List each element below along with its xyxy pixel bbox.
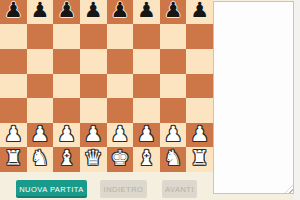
- black-pawn[interactable]: ♟: [31, 0, 50, 21]
- board-square-e4[interactable]: [107, 74, 134, 99]
- white-bishop[interactable]: ♝: [57, 148, 76, 169]
- board-square-a7[interactable]: ♟: [0, 0, 27, 24]
- board-square-g6[interactable]: [160, 24, 187, 49]
- white-pawn[interactable]: ♟: [57, 124, 76, 145]
- board-square-a1[interactable]: ♜: [0, 147, 27, 172]
- black-pawn[interactable]: ♟: [137, 0, 156, 21]
- board-square-c5[interactable]: [53, 49, 80, 74]
- board-square-e3[interactable]: [107, 98, 134, 123]
- board-square-b1[interactable]: ♞: [27, 147, 54, 172]
- right-edge-background: [294, 0, 300, 200]
- board-square-h6[interactable]: [186, 24, 213, 49]
- white-pawn[interactable]: ♟: [4, 124, 23, 145]
- white-rook[interactable]: ♜: [190, 148, 209, 169]
- board-square-b7[interactable]: ♟: [27, 0, 54, 24]
- board-square-e6[interactable]: [107, 24, 134, 49]
- back-button[interactable]: INDIETRO: [100, 180, 147, 198]
- board-square-g1[interactable]: ♞: [160, 147, 187, 172]
- board-square-d3[interactable]: [80, 98, 107, 123]
- board-square-g4[interactable]: [160, 74, 187, 99]
- board-square-d6[interactable]: [80, 24, 107, 49]
- white-rook[interactable]: ♜: [4, 148, 23, 169]
- black-pawn[interactable]: ♟: [110, 0, 129, 21]
- board-square-d5[interactable]: [80, 49, 107, 74]
- board-square-h7[interactable]: ♟: [186, 0, 213, 24]
- board-square-b3[interactable]: [27, 98, 54, 123]
- board-square-b2[interactable]: ♟: [27, 123, 54, 148]
- board-square-e5[interactable]: [107, 49, 134, 74]
- board-square-f4[interactable]: [133, 74, 160, 99]
- black-pawn[interactable]: ♟: [84, 0, 103, 21]
- board-square-c2[interactable]: ♟: [53, 123, 80, 148]
- board-square-e1[interactable]: ♚: [107, 147, 134, 172]
- board-square-h2[interactable]: ♟: [186, 123, 213, 148]
- board-square-f3[interactable]: [133, 98, 160, 123]
- board-square-c7[interactable]: ♟: [53, 0, 80, 24]
- board-square-f1[interactable]: ♝: [133, 147, 160, 172]
- board-square-a4[interactable]: [0, 74, 27, 99]
- black-pawn[interactable]: ♟: [57, 0, 76, 21]
- board-square-b4[interactable]: [27, 74, 54, 99]
- board-square-e7[interactable]: ♟: [107, 0, 134, 24]
- board-square-g2[interactable]: ♟: [160, 123, 187, 148]
- board-square-b5[interactable]: [27, 49, 54, 74]
- board-square-c6[interactable]: [53, 24, 80, 49]
- board-square-g5[interactable]: [160, 49, 187, 74]
- white-king[interactable]: ♚: [110, 148, 129, 169]
- board-square-f7[interactable]: ♟: [133, 0, 160, 24]
- board-square-a5[interactable]: [0, 49, 27, 74]
- board-square-f6[interactable]: [133, 24, 160, 49]
- board-square-h3[interactable]: [186, 98, 213, 123]
- board-square-e2[interactable]: ♟: [107, 123, 134, 148]
- board-square-h5[interactable]: [186, 49, 213, 74]
- board-square-h1[interactable]: ♜: [186, 147, 213, 172]
- board-square-d4[interactable]: [80, 74, 107, 99]
- white-queen[interactable]: ♛: [84, 148, 103, 169]
- white-pawn[interactable]: ♟: [31, 124, 50, 145]
- white-pawn[interactable]: ♟: [137, 124, 156, 145]
- board-square-c4[interactable]: [53, 74, 80, 99]
- white-bishop[interactable]: ♝: [137, 148, 156, 169]
- board-square-f5[interactable]: [133, 49, 160, 74]
- forward-button[interactable]: AVANTI: [162, 180, 197, 198]
- board-square-d2[interactable]: ♟: [80, 123, 107, 148]
- white-pawn[interactable]: ♟: [84, 124, 103, 145]
- board-square-d1[interactable]: ♛: [80, 147, 107, 172]
- black-pawn[interactable]: ♟: [4, 0, 23, 21]
- board-square-c1[interactable]: ♝: [53, 147, 80, 172]
- white-pawn[interactable]: ♟: [164, 124, 183, 145]
- board-square-d7[interactable]: ♟: [80, 0, 107, 24]
- board-square-a3[interactable]: [0, 98, 27, 123]
- chess-board: ♜♞♝♛♚♝♞♜♟♟♟♟♟♟♟♟♟♟♟♟♟♟♟♟♜♞♝♛♚♝♞♜: [0, 0, 213, 172]
- white-knight[interactable]: ♞: [164, 148, 183, 169]
- board-square-g3[interactable]: [160, 98, 187, 123]
- board-square-a6[interactable]: [0, 24, 27, 49]
- new-game-button[interactable]: NUOVA PARTITA: [16, 180, 87, 198]
- black-pawn[interactable]: ♟: [164, 0, 183, 21]
- notes-textarea[interactable]: [213, 1, 294, 194]
- board-square-f2[interactable]: ♟: [133, 123, 160, 148]
- white-knight[interactable]: ♞: [31, 148, 50, 169]
- black-pawn[interactable]: ♟: [190, 0, 209, 21]
- white-pawn[interactable]: ♟: [110, 124, 129, 145]
- board-square-c3[interactable]: [53, 98, 80, 123]
- board-square-g7[interactable]: ♟: [160, 0, 187, 24]
- board-square-a2[interactable]: ♟: [0, 123, 27, 148]
- white-pawn[interactable]: ♟: [190, 124, 209, 145]
- board-square-h4[interactable]: [186, 74, 213, 99]
- board-square-b6[interactable]: [27, 24, 54, 49]
